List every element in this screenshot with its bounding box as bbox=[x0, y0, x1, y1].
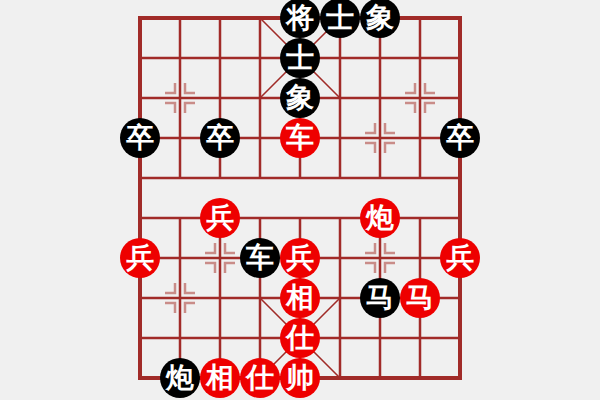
piece-glyph: 士 bbox=[326, 4, 354, 32]
piece-red-pawn[interactable]: 兵 bbox=[120, 238, 160, 278]
piece-glyph: 士 bbox=[286, 44, 314, 72]
piece-glyph: 将 bbox=[286, 4, 314, 32]
piece-glyph: 象 bbox=[286, 84, 314, 112]
piece-glyph: 卒 bbox=[206, 124, 234, 152]
piece-red-pawn[interactable]: 兵 bbox=[280, 238, 320, 278]
piece-glyph: 车 bbox=[246, 244, 274, 272]
piece-black-general[interactable]: 将 bbox=[280, 0, 320, 38]
piece-glyph: 仕 bbox=[246, 364, 274, 392]
piece-black-pawn[interactable]: 卒 bbox=[200, 118, 240, 158]
piece-red-advisor[interactable]: 仕 bbox=[240, 358, 280, 398]
piece-glyph: 仕 bbox=[286, 324, 314, 352]
piece-glyph: 马 bbox=[366, 284, 394, 312]
piece-red-chariot[interactable]: 车 bbox=[280, 118, 320, 158]
piece-black-chariot[interactable]: 车 bbox=[240, 238, 280, 278]
piece-glyph: 兵 bbox=[126, 244, 154, 272]
piece-black-cannon[interactable]: 炮 bbox=[160, 358, 200, 398]
piece-black-pawn[interactable]: 卒 bbox=[440, 118, 480, 158]
piece-glyph: 马 bbox=[406, 284, 434, 312]
piece-red-cannon[interactable]: 炮 bbox=[360, 198, 400, 238]
piece-glyph: 车 bbox=[286, 124, 314, 152]
piece-black-horse[interactable]: 马 bbox=[360, 278, 400, 318]
xiangqi-piece-layer: 将士象士象卒卒车卒兵炮兵车兵兵相马马仕炮相仕帅 bbox=[120, 0, 480, 398]
piece-red-horse[interactable]: 马 bbox=[400, 278, 440, 318]
piece-black-elephant[interactable]: 象 bbox=[280, 78, 320, 118]
xiangqi-app-canvas: 将士象士象卒卒车卒兵炮兵车兵兵相马马仕炮相仕帅 bbox=[0, 0, 600, 400]
piece-red-advisor[interactable]: 仕 bbox=[280, 318, 320, 358]
piece-glyph: 卒 bbox=[446, 124, 474, 152]
piece-red-general[interactable]: 帅 bbox=[280, 358, 320, 398]
piece-black-advisor[interactable]: 士 bbox=[320, 0, 360, 38]
piece-glyph: 相 bbox=[206, 364, 234, 392]
piece-glyph: 炮 bbox=[366, 204, 394, 232]
piece-glyph: 兵 bbox=[446, 244, 474, 272]
piece-red-pawn[interactable]: 兵 bbox=[200, 198, 240, 238]
piece-black-pawn[interactable]: 卒 bbox=[120, 118, 160, 158]
piece-black-elephant[interactable]: 象 bbox=[360, 0, 400, 38]
piece-red-elephant[interactable]: 相 bbox=[200, 358, 240, 398]
piece-glyph: 兵 bbox=[206, 204, 234, 232]
piece-glyph: 炮 bbox=[166, 364, 194, 392]
piece-red-elephant[interactable]: 相 bbox=[280, 278, 320, 318]
piece-glyph: 相 bbox=[286, 284, 314, 312]
piece-black-advisor[interactable]: 士 bbox=[280, 38, 320, 78]
piece-glyph: 卒 bbox=[126, 124, 154, 152]
piece-glyph: 兵 bbox=[286, 244, 314, 272]
piece-glyph: 帅 bbox=[286, 364, 314, 392]
piece-glyph: 象 bbox=[366, 4, 394, 32]
piece-red-pawn[interactable]: 兵 bbox=[440, 238, 480, 278]
